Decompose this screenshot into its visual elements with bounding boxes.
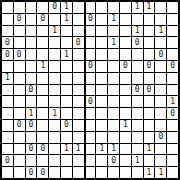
cell-r10c13[interactable] (144, 108, 155, 119)
cell-r15c13[interactable]: 1 (144, 167, 155, 178)
given-digit: 1 (170, 98, 175, 106)
cell-r12c5[interactable] (49, 132, 60, 143)
cell-r10c14[interactable] (155, 108, 166, 119)
cell-r9c12[interactable] (132, 96, 143, 107)
cell-r9c14[interactable] (155, 96, 166, 107)
cell-r14c10[interactable]: 0 (108, 155, 119, 166)
cell-r15c11[interactable] (120, 167, 131, 178)
given-digit: 0 (135, 39, 140, 47)
cell-r5c5[interactable] (49, 49, 60, 60)
cell-r10c15[interactable]: 0 (167, 108, 178, 119)
cell-r8c14[interactable] (155, 85, 166, 96)
cell-r3c8[interactable] (85, 26, 96, 37)
cell-r6c5[interactable] (49, 61, 60, 72)
cell-r14c9[interactable] (96, 155, 107, 166)
cell-r9c8[interactable]: 0 (85, 96, 96, 107)
cell-r10c3[interactable]: 1 (26, 108, 37, 119)
cell-r4c4[interactable] (37, 37, 48, 48)
cell-r11c3[interactable]: 0 (26, 120, 37, 131)
cell-r8c12[interactable]: 0 (132, 85, 143, 96)
cell-r14c1[interactable]: 0 (2, 155, 13, 166)
given-digit: 0 (29, 145, 34, 153)
cell-r6c1[interactable] (2, 61, 13, 72)
cell-r3c9[interactable] (96, 26, 107, 37)
cell-r4c9[interactable] (96, 37, 107, 48)
cell-r1c14[interactable] (155, 2, 166, 13)
cell-r2c8[interactable]: 0 (85, 14, 96, 25)
puzzle-board: 0111001011110010001010000100001110000100… (0, 0, 180, 180)
cell-r8c13[interactable]: 0 (144, 85, 155, 96)
cell-r8c11[interactable] (120, 85, 131, 96)
cell-r6c12[interactable] (132, 61, 143, 72)
cell-r4c13[interactable] (144, 37, 155, 48)
cell-r14c7[interactable] (73, 155, 84, 166)
cell-r3c4[interactable] (37, 26, 48, 37)
given-digit: 1 (147, 145, 152, 153)
given-digit: 1 (64, 145, 69, 153)
cell-r13c2[interactable] (14, 144, 25, 155)
given-digit: 0 (147, 86, 152, 94)
given-digit: 0 (5, 39, 10, 47)
cell-r1c7[interactable] (73, 2, 84, 13)
cell-r8c9[interactable] (96, 85, 107, 96)
cell-r5c10[interactable] (108, 49, 119, 60)
cell-r5c7[interactable] (73, 49, 84, 60)
cell-r13c14[interactable] (155, 144, 166, 155)
cell-r2c10[interactable]: 1 (108, 14, 119, 25)
cell-r9c4[interactable] (37, 96, 48, 107)
given-digit: 1 (147, 3, 152, 11)
cell-r8c15[interactable] (167, 85, 178, 96)
given-digit: 1 (29, 110, 34, 118)
given-digit: 0 (88, 98, 93, 106)
cell-r10c2[interactable] (14, 108, 25, 119)
cell-r1c9[interactable] (96, 2, 107, 13)
cell-r10c7[interactable] (73, 108, 84, 119)
given-digit: 1 (5, 74, 10, 82)
given-digit: 0 (40, 145, 45, 153)
cell-r8c5[interactable] (49, 85, 60, 96)
given-digit: 1 (99, 145, 104, 153)
cell-r13c5[interactable] (49, 144, 60, 155)
cell-r4c7[interactable]: 0 (73, 37, 84, 48)
cell-r8c3[interactable]: 0 (26, 85, 37, 96)
cell-r9c5[interactable] (49, 96, 60, 107)
cell-r5c13[interactable] (144, 49, 155, 60)
cell-r15c4[interactable]: 0 (37, 167, 48, 178)
cell-r2c2[interactable]: 0 (14, 14, 25, 25)
cell-r15c10[interactable] (108, 167, 119, 178)
cell-r6c13[interactable]: 0 (144, 61, 155, 72)
cell-r2c6[interactable]: 1 (61, 14, 72, 25)
cell-r15c5[interactable] (49, 167, 60, 178)
cell-r9c10[interactable] (108, 96, 119, 107)
given-digit: 1 (158, 27, 163, 35)
cell-r6c4[interactable]: 1 (37, 61, 48, 72)
given-digit: 0 (88, 15, 93, 23)
given-digit: 1 (40, 62, 45, 70)
given-digit: 1 (111, 15, 116, 23)
given-digit: 0 (135, 86, 140, 94)
given-digit: 0 (111, 157, 116, 165)
cell-r9c13[interactable] (144, 96, 155, 107)
cell-r13c10[interactable]: 1 (108, 144, 119, 155)
cell-r7c8[interactable] (85, 73, 96, 84)
cell-r10c5[interactable]: 1 (49, 108, 60, 119)
cell-r12c3[interactable] (26, 132, 37, 143)
cell-r4c12[interactable]: 0 (132, 37, 143, 48)
given-digit: 1 (64, 3, 69, 11)
cell-r9c2[interactable] (14, 96, 25, 107)
cell-r9c9[interactable] (96, 96, 107, 107)
cell-r6c2[interactable] (14, 61, 25, 72)
cell-r3c12[interactable]: 1 (132, 26, 143, 37)
cell-r7c14[interactable] (155, 73, 166, 84)
cell-r15c9[interactable] (96, 167, 107, 178)
cell-r10c4[interactable] (37, 108, 48, 119)
given-digit: 0 (170, 110, 175, 118)
cell-r4c1[interactable]: 0 (2, 37, 13, 48)
cell-r11c1[interactable] (2, 120, 13, 131)
cell-r11c5[interactable] (49, 120, 60, 131)
cell-r3c1[interactable] (2, 26, 13, 37)
cell-r5c2[interactable]: 0 (14, 49, 25, 60)
given-digit: 0 (5, 157, 10, 165)
cell-r14c4[interactable] (37, 155, 48, 166)
cell-r1c4[interactable] (37, 2, 48, 13)
cell-r3c10[interactable] (108, 26, 119, 37)
cell-r7c7[interactable] (73, 73, 84, 84)
cell-r6c15[interactable]: 0 (167, 61, 178, 72)
cell-r7c4[interactable] (37, 73, 48, 84)
cell-r2c12[interactable] (132, 14, 143, 25)
cell-r3c5[interactable]: 1 (49, 26, 60, 37)
cell-r8c1[interactable] (2, 85, 13, 96)
cell-r14c8[interactable] (85, 155, 96, 166)
cell-r6c11[interactable]: 0 (120, 61, 131, 72)
cell-r1c1[interactable] (2, 2, 13, 13)
cell-r8c7[interactable] (73, 85, 84, 96)
cell-r14c3[interactable] (26, 155, 37, 166)
cell-r13c8[interactable] (85, 144, 96, 155)
cell-r14c5[interactable] (49, 155, 60, 166)
given-digit: 1 (76, 145, 81, 153)
cell-r12c4[interactable] (37, 132, 48, 143)
cell-r12c10[interactable] (108, 132, 119, 143)
cell-r8c10[interactable] (108, 85, 119, 96)
cell-r15c8[interactable] (85, 167, 96, 178)
cell-r2c3[interactable] (26, 14, 37, 25)
cell-r4c2[interactable] (14, 37, 25, 48)
cell-r5c11[interactable] (120, 49, 131, 60)
given-digit: 1 (52, 110, 57, 118)
cell-r10c1[interactable] (2, 108, 13, 119)
cell-r6c6[interactable] (61, 61, 72, 72)
cell-r1c12[interactable]: 1 (132, 2, 143, 13)
cell-r3c7[interactable] (73, 26, 84, 37)
cell-r6c14[interactable] (155, 61, 166, 72)
given-digit: 0 (29, 121, 34, 129)
given-digit: 0 (123, 62, 128, 70)
cell-r9c6[interactable] (61, 96, 72, 107)
cell-r14c6[interactable] (61, 155, 72, 166)
given-digit: 0 (158, 51, 163, 59)
cell-r5c3[interactable] (26, 49, 37, 60)
cell-r6c8[interactable]: 0 (85, 61, 96, 72)
cell-r1c2[interactable] (14, 2, 25, 13)
cell-r8c2[interactable] (14, 85, 25, 96)
cell-r13c4[interactable]: 0 (37, 144, 48, 155)
cell-r7c12[interactable] (132, 73, 143, 84)
cell-r1c13[interactable]: 1 (144, 2, 155, 13)
cell-r5c14[interactable]: 0 (155, 49, 166, 60)
cell-r13c13[interactable]: 1 (144, 144, 155, 155)
cell-r3c6[interactable] (61, 26, 72, 37)
cell-r9c11[interactable] (120, 96, 131, 107)
cell-r10c10[interactable] (108, 108, 119, 119)
cell-r5c6[interactable]: 1 (61, 49, 72, 60)
cell-r9c15[interactable]: 1 (167, 96, 178, 107)
cell-r13c6[interactable]: 1 (61, 144, 72, 155)
cell-r7c11[interactable] (120, 73, 131, 84)
cell-r12c2[interactable] (14, 132, 25, 143)
cell-r8c6[interactable] (61, 85, 72, 96)
cell-r2c9[interactable] (96, 14, 107, 25)
cell-r15c15[interactable] (167, 167, 178, 178)
cell-r7c13[interactable] (144, 73, 155, 84)
given-digit: 0 (147, 62, 152, 70)
cell-r7c2[interactable] (14, 73, 25, 84)
given-digit: 0 (17, 121, 22, 129)
cell-r6c7[interactable] (73, 61, 84, 72)
given-digit: 1 (52, 27, 57, 35)
cell-r5c8[interactable] (85, 49, 96, 60)
given-digit: 0 (29, 169, 34, 177)
cell-r8c4[interactable] (37, 85, 48, 96)
cell-r12c13[interactable] (144, 132, 155, 143)
cell-r11c14[interactable] (155, 120, 166, 131)
cell-r13c1[interactable] (2, 144, 13, 155)
cell-r15c12[interactable] (132, 167, 143, 178)
cell-r4c10[interactable]: 1 (108, 37, 119, 48)
given-digit: 1 (64, 15, 69, 23)
cell-r13c7[interactable]: 1 (73, 144, 84, 155)
cell-r1c5[interactable]: 0 (49, 2, 60, 13)
given-digit: 0 (17, 15, 22, 23)
cell-r12c15[interactable] (167, 132, 178, 143)
given-digit: 0 (170, 62, 175, 70)
cell-r15c7[interactable] (73, 167, 84, 178)
cell-r7c3[interactable] (26, 73, 37, 84)
cell-r5c4[interactable] (37, 49, 48, 60)
cell-r15c14[interactable]: 1 (155, 167, 166, 178)
cell-r10c9[interactable] (96, 108, 107, 119)
cell-r13c11[interactable] (120, 144, 131, 155)
given-digit: 0 (40, 15, 45, 23)
cell-r1c10[interactable] (108, 2, 119, 13)
cell-r11c11[interactable]: 1 (120, 120, 131, 131)
cell-r11c4[interactable] (37, 120, 48, 131)
cell-r11c13[interactable] (144, 120, 155, 131)
cell-r12c1[interactable] (2, 132, 13, 143)
cell-r2c14[interactable] (155, 14, 166, 25)
cell-r7c9[interactable] (96, 73, 107, 84)
cell-r1c3[interactable] (26, 2, 37, 13)
cell-r14c15[interactable] (167, 155, 178, 166)
given-digit: 0 (17, 51, 22, 59)
cell-r1c11[interactable] (120, 2, 131, 13)
given-digit: 0 (88, 62, 93, 70)
cell-r2c4[interactable]: 0 (37, 14, 48, 25)
cell-r11c6[interactable]: 0 (61, 120, 72, 131)
cell-r3c11[interactable] (120, 26, 131, 37)
cell-r12c8[interactable] (85, 132, 96, 143)
cell-r6c3[interactable] (26, 61, 37, 72)
given-digit: 1 (147, 169, 152, 177)
cell-r4c3[interactable] (26, 37, 37, 48)
cell-r2c11[interactable] (120, 14, 131, 25)
cell-r11c7[interactable] (73, 120, 84, 131)
given-digit: 0 (158, 133, 163, 141)
cell-r10c6[interactable] (61, 108, 72, 119)
cell-r13c9[interactable]: 1 (96, 144, 107, 155)
cell-r2c13[interactable] (144, 14, 155, 25)
cell-r7c1[interactable]: 1 (2, 73, 13, 84)
cell-r4c8[interactable] (85, 37, 96, 48)
given-digit: 1 (158, 169, 163, 177)
cell-r15c2[interactable] (14, 167, 25, 178)
cell-r5c15[interactable] (167, 49, 178, 60)
cell-r6c9[interactable] (96, 61, 107, 72)
cell-r8c8[interactable] (85, 85, 96, 96)
given-digit: 1 (64, 51, 69, 59)
cell-r3c13[interactable] (144, 26, 155, 37)
cell-r14c13[interactable] (144, 155, 155, 166)
cell-r11c2[interactable]: 0 (14, 120, 25, 131)
given-digit: 1 (135, 157, 140, 165)
cell-r3c2[interactable] (14, 26, 25, 37)
given-digit: 1 (111, 145, 116, 153)
cell-r1c15[interactable] (167, 2, 178, 13)
cell-r4c15[interactable] (167, 37, 178, 48)
cell-r5c12[interactable] (132, 49, 143, 60)
cell-r4c5[interactable] (49, 37, 60, 48)
cell-r11c15[interactable] (167, 120, 178, 131)
cell-r2c1[interactable] (2, 14, 13, 25)
cell-r1c6[interactable]: 1 (61, 2, 72, 13)
cell-r5c1[interactable]: 0 (2, 49, 13, 60)
cell-r14c11[interactable] (120, 155, 131, 166)
cell-r10c12[interactable] (132, 108, 143, 119)
cell-r13c15[interactable] (167, 144, 178, 155)
given-digit: 0 (52, 3, 57, 11)
given-digit: 0 (76, 39, 81, 47)
cell-r4c14[interactable] (155, 37, 166, 48)
cell-r14c14[interactable] (155, 155, 166, 166)
cell-r13c3[interactable]: 0 (26, 144, 37, 155)
given-digit: 0 (40, 169, 45, 177)
cell-r13c12[interactable] (132, 144, 143, 155)
given-digit: 1 (111, 39, 116, 47)
cell-r3c14[interactable]: 1 (155, 26, 166, 37)
cell-r12c12[interactable] (132, 132, 143, 143)
cell-r9c7[interactable] (73, 96, 84, 107)
cell-r11c8[interactable] (85, 120, 96, 131)
given-digit: 0 (29, 86, 34, 94)
cell-r5c9[interactable] (96, 49, 107, 60)
cell-r10c11[interactable] (120, 108, 131, 119)
cell-r2c7[interactable] (73, 14, 84, 25)
cell-r7c6[interactable] (61, 73, 72, 84)
cell-r11c9[interactable] (96, 120, 107, 131)
given-digit: 1 (123, 121, 128, 129)
cell-r2c5[interactable] (49, 14, 60, 25)
cell-r1c8[interactable] (85, 2, 96, 13)
cell-r12c6[interactable] (61, 132, 72, 143)
cell-r12c7[interactable] (73, 132, 84, 143)
cell-r11c10[interactable] (108, 120, 119, 131)
cell-r14c2[interactable] (14, 155, 25, 166)
given-digit: 0 (5, 51, 10, 59)
cell-r4c11[interactable] (120, 37, 131, 48)
cell-r7c5[interactable] (49, 73, 60, 84)
cell-r9c1[interactable] (2, 96, 13, 107)
cell-r14c12[interactable]: 1 (132, 155, 143, 166)
cell-r15c3[interactable]: 0 (26, 167, 37, 178)
given-digit: 0 (64, 121, 69, 129)
cell-r7c10[interactable] (108, 73, 119, 84)
cell-r15c6[interactable] (61, 167, 72, 178)
cell-r3c3[interactable] (26, 26, 37, 37)
cell-r11c12[interactable] (132, 120, 143, 131)
cell-r10c8[interactable] (85, 108, 96, 119)
cell-r2c15[interactable] (167, 14, 178, 25)
cell-r15c1[interactable] (2, 167, 13, 178)
cell-r4c6[interactable] (61, 37, 72, 48)
cell-r12c14[interactable]: 0 (155, 132, 166, 143)
given-digit: 1 (135, 3, 140, 11)
cell-r3c15[interactable] (167, 26, 178, 37)
given-digit: 1 (135, 27, 140, 35)
cell-r12c11[interactable] (120, 132, 131, 143)
cell-r9c3[interactable] (26, 96, 37, 107)
cell-r12c9[interactable] (96, 132, 107, 143)
cell-r7c15[interactable] (167, 73, 178, 84)
cell-r6c10[interactable] (108, 61, 119, 72)
